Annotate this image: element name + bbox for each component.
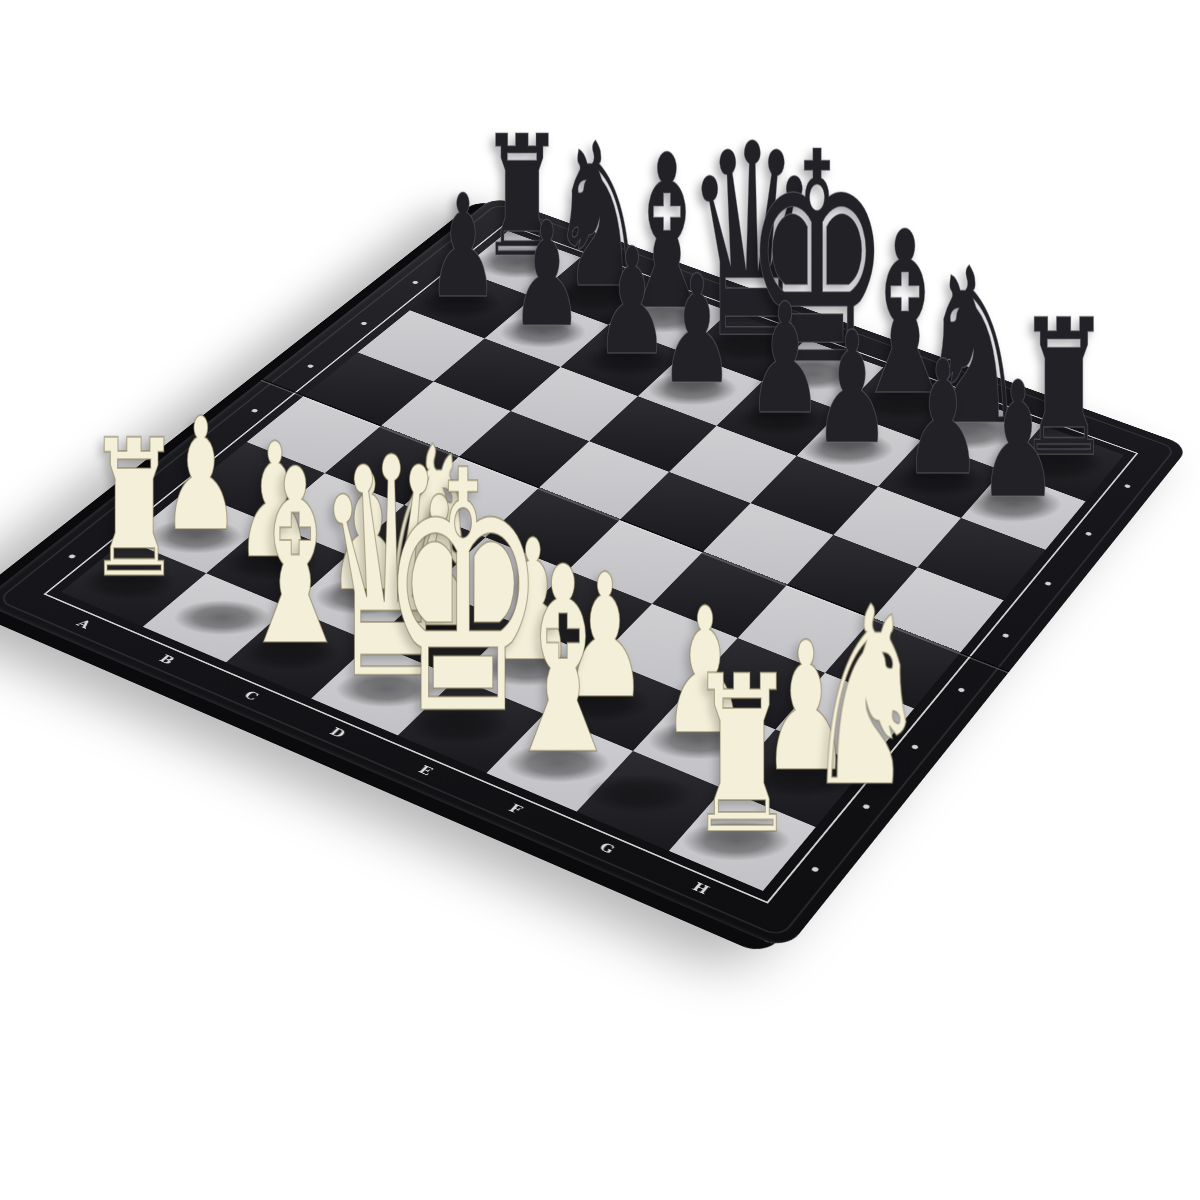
squares-grid xyxy=(61,231,1124,891)
product-photo-page: ABCDEFGH ♜♞♝♛♚♝♞♜♟♟♟♟♟♟♟♟♟♟♟♟♟♟♟♟♜♞♝♛♚♝♞… xyxy=(0,0,1200,1200)
chess-board: ABCDEFGH xyxy=(61,231,1124,891)
